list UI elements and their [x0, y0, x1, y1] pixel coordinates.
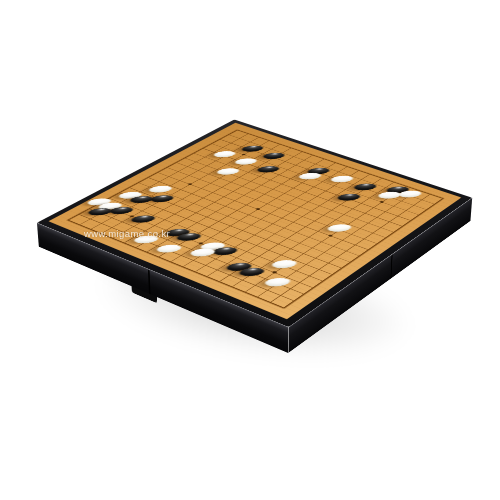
case-hinge-seam	[148, 270, 151, 295]
watermark: www.migame.co.kr	[84, 228, 170, 239]
case-hinge-seam	[391, 255, 393, 279]
stone-white	[324, 223, 355, 233]
stone-white	[153, 244, 185, 254]
product-photo: www.migame.co.kr	[0, 0, 500, 500]
